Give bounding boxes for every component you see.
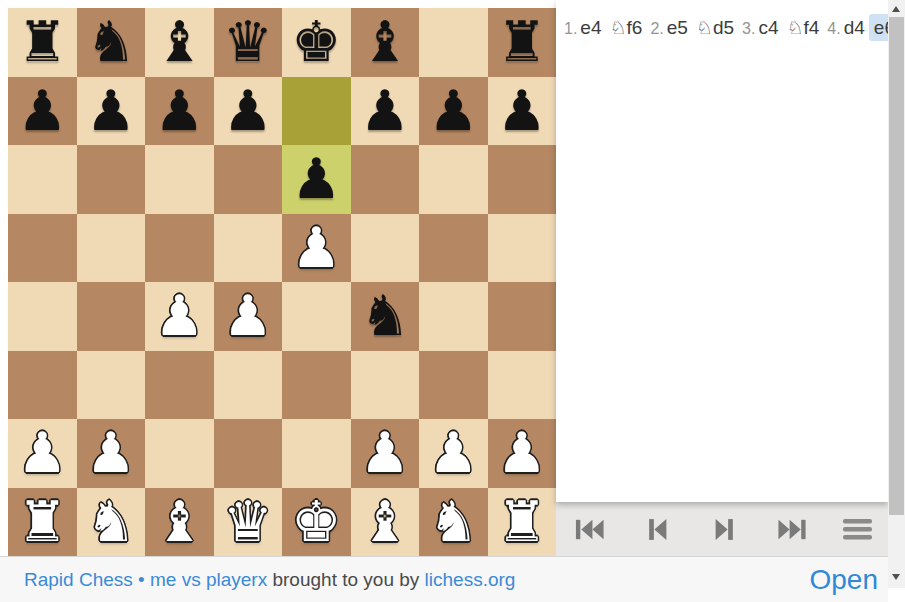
black-bishop-c8[interactable]: ♝ [154,8,204,77]
square-a4[interactable] [8,282,77,351]
move-list: 1.e4♘f62.e5♘d53.c4♘f44.d4e65.♗xf4d56.c5♗… [556,0,888,49]
game-link[interactable]: Rapid Chess • me vs playerx [24,569,267,590]
square-f1[interactable]: ♝ [351,488,420,557]
square-g1[interactable]: ♞ [419,488,488,557]
square-a6[interactable] [8,145,77,214]
white-pawn-b2[interactable]: ♟ [86,419,136,488]
chess-board[interactable]: ♜♞♝♛♚♝♜♟♟♟♟♟♟♟♟♟♟♟♞♟♟♟♟♟♜♞♝♛♚♝♞♜ [8,8,556,556]
square-g4[interactable] [419,282,488,351]
square-a7[interactable]: ♟ [8,77,77,146]
footer-bar: Rapid Chess • me vs playerx brought to y… [0,556,888,602]
move[interactable]: e5 [667,17,688,38]
white-pawn-a2[interactable]: ♟ [17,419,67,488]
square-e7[interactable] [282,77,351,146]
square-a3[interactable] [8,351,77,420]
square-b1[interactable]: ♞ [77,488,146,557]
white-bishop-f1[interactable]: ♝ [360,488,410,557]
square-h8[interactable]: ♜ [488,8,557,77]
white-knight-b1[interactable]: ♞ [86,488,136,557]
square-e2[interactable] [282,419,351,488]
square-f3[interactable] [351,351,420,420]
square-g7[interactable]: ♟ [419,77,488,146]
move-number: 1. [564,20,577,37]
square-a8[interactable]: ♜ [8,8,77,77]
square-c4[interactable]: ♟ [145,282,214,351]
move-number: 2. [650,20,663,37]
black-pawn-a7[interactable]: ♟ [17,77,67,146]
previous-move-button[interactable] [624,502,692,556]
square-e5[interactable]: ♟ [282,214,351,283]
skip-to-last-icon [777,517,808,542]
square-b6[interactable] [77,145,146,214]
square-g6[interactable] [419,145,488,214]
white-pawn-g2[interactable]: ♟ [428,419,478,488]
white-pawn-c4[interactable]: ♟ [154,282,204,351]
square-c8[interactable]: ♝ [145,8,214,77]
square-h7[interactable]: ♟ [488,77,557,146]
square-a2[interactable]: ♟ [8,419,77,488]
white-queen-d1[interactable]: ♛ [223,488,273,557]
square-b5[interactable] [77,214,146,283]
black-pawn-g7[interactable]: ♟ [428,77,478,146]
square-d3[interactable] [214,351,283,420]
next-icon [714,517,735,542]
square-f8[interactable]: ♝ [351,8,420,77]
square-g2[interactable]: ♟ [419,419,488,488]
square-c6[interactable] [145,145,214,214]
square-b3[interactable] [77,351,146,420]
move[interactable]: ♘f4 [786,17,819,38]
square-h6[interactable] [488,145,557,214]
square-b8[interactable]: ♞ [77,8,146,77]
black-king-e8[interactable]: ♚ [291,8,341,77]
white-pawn-f2[interactable]: ♟ [360,419,410,488]
square-h2[interactable]: ♟ [488,419,557,488]
square-d2[interactable] [214,419,283,488]
black-rook-h8[interactable]: ♜ [497,8,547,77]
square-h3[interactable] [488,351,557,420]
black-queen-d8[interactable]: ♛ [223,8,273,77]
move[interactable]: ♘d5 [696,17,734,38]
white-king-e1[interactable]: ♚ [291,488,341,557]
square-f5[interactable] [351,214,420,283]
lichess-embed-page: ♜♞♝♛♚♝♜♟♟♟♟♟♟♟♟♟♟♟♞♟♟♟♟♟♜♞♝♛♚♝♞♜ 1.e4♘f6… [0,0,905,602]
open-link[interactable]: Open [810,564,879,596]
square-a1[interactable]: ♜ [8,488,77,557]
square-d8[interactable]: ♛ [214,8,283,77]
square-f2[interactable]: ♟ [351,419,420,488]
current-move[interactable]: e6 [869,14,888,41]
board-nav-bar [556,502,888,556]
move[interactable]: c4 [758,17,778,38]
white-pawn-e5[interactable]: ♟ [291,214,341,283]
move-list-panel: 1.e4♘f62.e5♘d53.c4♘f44.d4e65.♗xf4d56.c5♗… [556,0,888,502]
hamburger-menu-icon [841,516,874,542]
footer-middle-text: brought to you by [267,569,424,590]
square-c7[interactable]: ♟ [145,77,214,146]
square-c2[interactable] [145,419,214,488]
square-e8[interactable]: ♚ [282,8,351,77]
square-e6[interactable]: ♟ [282,145,351,214]
black-knight-f4[interactable]: ♞ [360,282,410,351]
skip-to-first-icon [574,517,605,542]
square-c5[interactable] [145,214,214,283]
black-knight-b8[interactable]: ♞ [86,8,136,77]
square-d7[interactable]: ♟ [214,77,283,146]
square-h4[interactable] [488,282,557,351]
white-pawn-d4[interactable]: ♟ [223,282,273,351]
black-pawn-c7[interactable]: ♟ [154,77,204,146]
page-scrollbar[interactable] [888,0,905,602]
first-move-button[interactable] [556,502,624,556]
white-pawn-h2[interactable]: ♟ [497,419,547,488]
last-move-button[interactable] [759,502,827,556]
move-number: 4. [827,20,840,37]
black-pawn-f7[interactable]: ♟ [360,77,410,146]
scrollbar-thumb[interactable] [889,17,904,515]
square-e1[interactable]: ♚ [282,488,351,557]
square-d6[interactable] [214,145,283,214]
black-pawn-d7[interactable]: ♟ [223,77,273,146]
square-h1[interactable]: ♜ [488,488,557,557]
black-pawn-h7[interactable]: ♟ [497,77,547,146]
square-d5[interactable] [214,214,283,283]
scroll-down-arrow-icon[interactable] [892,574,900,580]
black-bishop-f8[interactable]: ♝ [360,8,410,77]
move[interactable]: ♘f6 [609,17,642,38]
scroll-up-arrow-icon[interactable] [892,6,900,12]
square-h5[interactable] [488,214,557,283]
black-rook-a8[interactable]: ♜ [17,8,67,77]
white-rook-a1[interactable]: ♜ [17,488,67,557]
white-knight-g1[interactable]: ♞ [428,488,478,557]
white-bishop-c1[interactable]: ♝ [154,488,204,557]
move[interactable]: e4 [580,17,601,38]
square-g5[interactable] [419,214,488,283]
move[interactable]: d4 [844,17,865,38]
square-c3[interactable] [145,351,214,420]
black-pawn-b7[interactable]: ♟ [86,77,136,146]
square-g8[interactable] [419,8,488,77]
square-b2[interactable]: ♟ [77,419,146,488]
square-d1[interactable]: ♛ [214,488,283,557]
square-e3[interactable] [282,351,351,420]
square-d4[interactable]: ♟ [214,282,283,351]
next-move-button[interactable] [691,502,759,556]
square-b7[interactable]: ♟ [77,77,146,146]
footer-text: Rapid Chess • me vs playerx brought to y… [24,569,515,591]
square-f7[interactable]: ♟ [351,77,420,146]
move-number: 3. [742,20,755,37]
menu-button[interactable] [826,502,888,556]
square-b4[interactable] [77,282,146,351]
white-rook-h1[interactable]: ♜ [497,488,547,557]
lichess-link[interactable]: lichess.org [425,569,516,590]
square-f6[interactable] [351,145,420,214]
square-a5[interactable] [8,214,77,283]
square-e4[interactable] [282,282,351,351]
square-f4[interactable]: ♞ [351,282,420,351]
previous-icon [647,517,668,542]
black-pawn-e6[interactable]: ♟ [291,145,341,214]
square-g3[interactable] [419,351,488,420]
square-c1[interactable]: ♝ [145,488,214,557]
